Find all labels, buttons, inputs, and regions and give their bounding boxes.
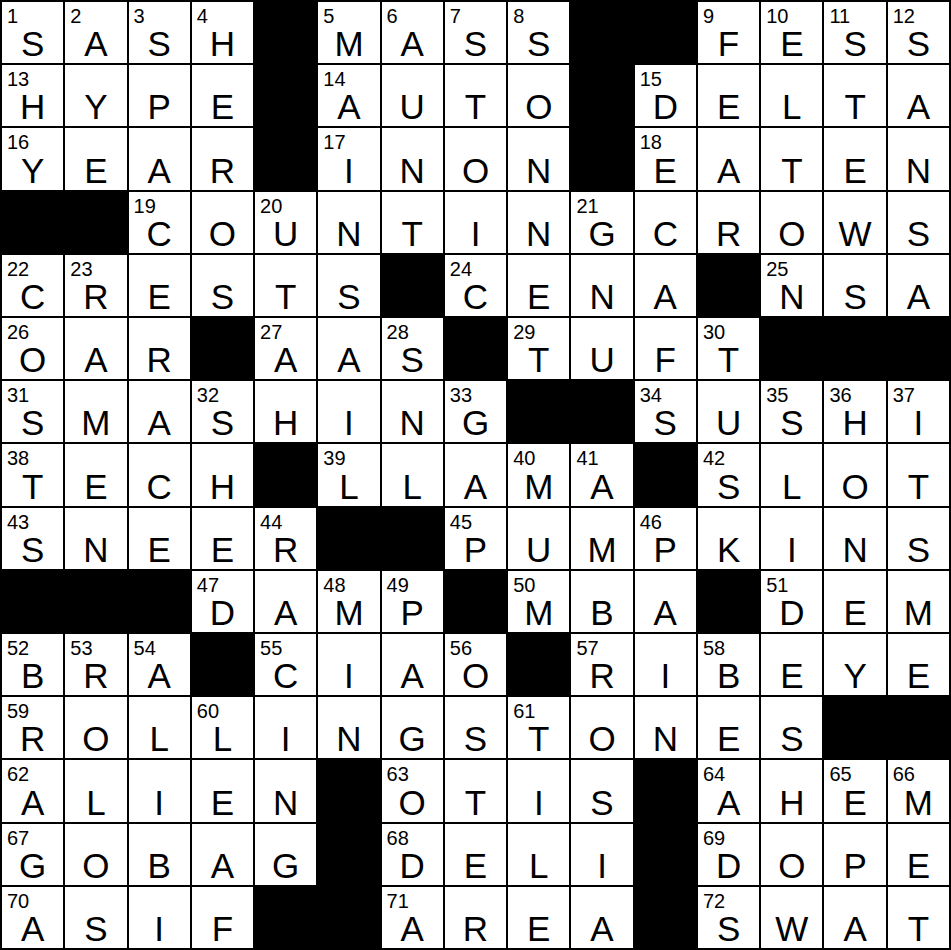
clue-number: 23 [70,259,92,279]
grid-cell-r13c13[interactable]: H [761,760,822,821]
cell-letter: H [192,469,253,504]
grid-cell-r1c13[interactable]: 10E [761,2,822,63]
grid-cell-r4c8[interactable]: I [445,192,506,253]
grid-cell-r6c11[interactable]: F [635,318,696,379]
grid-cell-r14c8[interactable]: E [445,824,506,885]
cell-letter: S [761,721,822,756]
grid-cell-r9c11[interactable]: 46P [635,508,696,569]
block-cell-r6c14 [824,318,885,379]
grid-cell-r3c14[interactable]: E [824,128,885,189]
grid-cell-r10c4[interactable]: 47D [192,571,253,632]
block-cell-r13c11 [635,760,696,821]
block-cell-r10c12 [698,571,759,632]
grid-cell-r13c3[interactable]: I [129,760,190,821]
grid-cell-r15c12[interactable]: 72S [698,887,759,948]
grid-cell-r2c11[interactable]: 15D [635,65,696,126]
grid-cell-r13c9[interactable]: I [508,760,569,821]
grid-cell-r2c7[interactable]: U [382,65,443,126]
grid-cell-r3c9[interactable]: N [508,128,569,189]
cell-letter: E [698,721,759,756]
grid-cell-r3c12[interactable]: A [698,128,759,189]
grid-cell-r4c10[interactable]: 21G [571,192,632,253]
block-cell-r15c5 [255,887,316,948]
cell-letter: T [255,279,316,314]
grid-cell-r5c4[interactable]: S [192,255,253,316]
grid-cell-r5c11[interactable]: A [635,255,696,316]
grid-cell-r7c12[interactable]: U [698,381,759,442]
grid-cell-r3c2[interactable]: E [65,128,126,189]
grid-cell-r4c3[interactable]: 19C [129,192,190,253]
cell-letter: H [192,26,253,61]
grid-cell-r10c5[interactable]: A [255,571,316,632]
grid-cell-r4c11[interactable]: C [635,192,696,253]
grid-cell-r12c6[interactable]: N [318,697,379,758]
grid-cell-r5c3[interactable]: E [129,255,190,316]
cell-letter: R [2,721,63,756]
cell-letter: E [65,153,126,188]
grid-cell-r14c12[interactable]: 69D [698,824,759,885]
cell-letter: L [761,469,822,504]
cell-letter: A [129,658,190,693]
grid-cell-r4c7[interactable]: T [382,192,443,253]
clue-number: 11 [829,6,850,26]
block-cell-r3c10 [571,128,632,189]
grid-cell-r4c4[interactable]: O [192,192,253,253]
cell-letter: E [192,785,253,820]
grid-cell-r14c3[interactable]: B [129,824,190,885]
grid-cell-r5c9[interactable]: E [508,255,569,316]
grid-cell-r15c10[interactable]: A [571,887,632,948]
cell-letter: L [129,721,190,756]
grid-cell-r9c1[interactable]: 43S [2,508,63,569]
grid-cell-r7c13[interactable]: 35S [761,381,822,442]
clue-number: 69 [703,828,725,848]
grid-cell-r9c12[interactable]: K [698,508,759,569]
block-cell-r10c1 [2,571,63,632]
grid-cell-r13c4[interactable]: E [192,760,253,821]
grid-cell-r11c1[interactable]: 52B [2,634,63,695]
grid-cell-r12c7[interactable]: G [382,697,443,758]
cell-letter: E [129,532,190,567]
grid-cell-r10c10[interactable]: B [571,571,632,632]
grid-cell-r2c9[interactable]: O [508,65,569,126]
grid-cell-r10c14[interactable]: E [824,571,885,632]
grid-cell-r4c14[interactable]: W [824,192,885,253]
block-cell-r15c6 [318,887,379,948]
clue-number: 6 [387,6,398,26]
cell-letter: S [2,532,63,567]
clue-number: 8 [513,6,524,26]
grid-cell-r13c14[interactable]: 65E [824,760,885,821]
grid-cell-r5c13[interactable]: 25N [761,255,822,316]
clue-number: 50 [513,575,535,595]
grid-cell-r1c1[interactable]: 1S [2,2,63,63]
grid-cell-r12c12[interactable]: E [698,697,759,758]
grid-cell-r6c7[interactable]: 28S [382,318,443,379]
grid-cell-r9c2[interactable]: N [65,508,126,569]
grid-cell-r13c5[interactable]: N [255,760,316,821]
grid-cell-r15c8[interactable]: R [445,887,506,948]
grid-cell-r11c7[interactable]: A [382,634,443,695]
cell-letter: I [129,785,190,820]
grid-cell-r1c12[interactable]: 9F [698,2,759,63]
grid-cell-r1c15[interactable]: 12S [888,2,949,63]
block-cell-r10c3 [129,571,190,632]
grid-cell-r9c15[interactable]: S [888,508,949,569]
grid-cell-r7c4[interactable]: 32S [192,381,253,442]
grid-cell-r15c1[interactable]: 70A [2,887,63,948]
grid-cell-r5c1[interactable]: 22C [2,255,63,316]
grid-cell-r9c14[interactable]: N [824,508,885,569]
grid-cell-r15c7[interactable]: 71A [382,887,443,948]
cell-letter: T [824,89,885,124]
grid-cell-r13c8[interactable]: T [445,760,506,821]
grid-cell-r7c15[interactable]: 37I [888,381,949,442]
clue-number: 63 [387,764,409,784]
grid-cell-r10c15[interactable]: M [888,571,949,632]
block-cell-r6c15 [888,318,949,379]
clue-number: 5 [323,6,334,26]
grid-cell-r12c8[interactable]: S [445,697,506,758]
grid-cell-r9c3[interactable]: E [129,508,190,569]
grid-cell-r2c13[interactable]: L [761,65,822,126]
grid-cell-r3c8[interactable]: O [445,128,506,189]
grid-cell-r5c5[interactable]: T [255,255,316,316]
grid-cell-r7c2[interactable]: M [65,381,126,442]
grid-cell-r1c3[interactable]: 3S [129,2,190,63]
clue-number: 4 [197,6,208,26]
cell-letter: S [2,26,63,61]
cell-letter: F [192,911,253,946]
grid-cell-r8c12[interactable]: 42S [698,444,759,505]
grid-cell-r3c1[interactable]: 16Y [2,128,63,189]
grid-cell-r1c14[interactable]: 11S [824,2,885,63]
grid-cell-r6c12[interactable]: 30T [698,318,759,379]
grid-cell-r7c3[interactable]: A [129,381,190,442]
grid-cell-r6c5[interactable]: 27A [255,318,316,379]
cell-letter: W [824,216,885,251]
cell-letter: M [888,595,949,630]
block-cell-r12c14 [824,697,885,758]
grid-cell-r3c13[interactable]: T [761,128,822,189]
grid-cell-r11c15[interactable]: E [888,634,949,695]
grid-cell-r3c11[interactable]: 18E [635,128,696,189]
grid-cell-r10c6[interactable]: 48M [318,571,379,632]
grid-cell-r5c2[interactable]: 23R [65,255,126,316]
grid-cell-r14c14[interactable]: P [824,824,885,885]
cell-letter: O [65,848,126,883]
cell-letter: A [2,785,63,820]
cell-letter: C [2,279,63,314]
grid-cell-r1c4[interactable]: 4H [192,2,253,63]
grid-cell-r8c1[interactable]: 38T [2,444,63,505]
grid-cell-r14c7[interactable]: 68D [382,824,443,885]
cell-letter: O [824,469,885,504]
cell-letter: R [571,658,632,693]
grid-cell-r4c13[interactable]: O [761,192,822,253]
cell-letter: T [761,153,822,188]
grid-cell-r9c10[interactable]: M [571,508,632,569]
grid-cell-r11c8[interactable]: 56O [445,634,506,695]
grid-cell-r7c11[interactable]: 34S [635,381,696,442]
grid-cell-r5c14[interactable]: S [824,255,885,316]
grid-cell-r3c3[interactable]: A [129,128,190,189]
grid-cell-r7c8[interactable]: 33G [445,381,506,442]
clue-number: 36 [829,385,851,405]
clue-number: 62 [7,764,29,784]
grid-cell-r14c2[interactable]: O [65,824,126,885]
grid-cell-r9c5[interactable]: 44R [255,508,316,569]
block-cell-r2c10 [571,65,632,126]
grid-cell-r8c6[interactable]: 39L [318,444,379,505]
grid-cell-r12c10[interactable]: O [571,697,632,758]
clue-number: 15 [640,69,662,89]
grid-cell-r13c12[interactable]: 64A [698,760,759,821]
clue-number: 41 [576,448,598,468]
grid-cell-r1c6[interactable]: 5M [318,2,379,63]
grid-cell-r7c14[interactable]: 36H [824,381,885,442]
clue-number: 9 [703,6,714,26]
grid-cell-r12c4[interactable]: 60L [192,697,253,758]
grid-cell-r6c1[interactable]: 26O [2,318,63,379]
grid-cell-r12c13[interactable]: S [761,697,822,758]
cell-letter: A [698,785,759,820]
grid-cell-r4c12[interactable]: R [698,192,759,253]
grid-cell-r8c13[interactable]: L [761,444,822,505]
cell-letter: N [824,532,885,567]
clue-number: 56 [450,638,472,658]
grid-cell-r14c9[interactable]: L [508,824,569,885]
grid-cell-r8c3[interactable]: C [129,444,190,505]
grid-cell-r7c5[interactable]: H [255,381,316,442]
grid-cell-r1c8[interactable]: 7S [445,2,506,63]
grid-cell-r3c6[interactable]: 17I [318,128,379,189]
grid-cell-r13c1[interactable]: 62A [2,760,63,821]
cell-letter: I [255,721,316,756]
grid-cell-r11c14[interactable]: Y [824,634,885,695]
cell-letter: B [129,848,190,883]
cell-letter: B [571,595,632,630]
grid-cell-r5c10[interactable]: N [571,255,632,316]
grid-cell-r6c2[interactable]: A [65,318,126,379]
grid-cell-r5c15[interactable]: A [888,255,949,316]
grid-cell-r2c1[interactable]: 13H [2,65,63,126]
grid-cell-r2c15[interactable]: A [888,65,949,126]
grid-cell-r8c10[interactable]: 41A [571,444,632,505]
grid-cell-r13c10[interactable]: S [571,760,632,821]
grid-cell-r8c14[interactable]: O [824,444,885,505]
grid-cell-r11c2[interactable]: 53R [65,634,126,695]
cell-letter: T [508,721,569,756]
clue-number: 25 [766,259,788,279]
block-cell-r12c15 [888,697,949,758]
clue-number: 21 [576,196,598,216]
grid-cell-r8c7[interactable]: L [382,444,443,505]
grid-cell-r1c7[interactable]: 6A [382,2,443,63]
grid-cell-r12c5[interactable]: I [255,697,316,758]
grid-cell-r3c4[interactable]: R [192,128,253,189]
cell-letter: A [824,911,885,946]
cell-letter: Y [2,153,63,188]
grid-cell-r11c3[interactable]: 54A [129,634,190,695]
cell-letter: S [192,405,253,440]
cell-letter: H [761,785,822,820]
cell-letter: A [129,153,190,188]
grid-cell-r15c15[interactable]: T [888,887,949,948]
clue-number: 46 [640,512,662,532]
grid-cell-r11c6[interactable]: I [318,634,379,695]
grid-cell-r10c7[interactable]: 49P [382,571,443,632]
grid-cell-r2c8[interactable]: T [445,65,506,126]
grid-cell-r12c1[interactable]: 59R [2,697,63,758]
cell-letter: T [888,911,949,946]
clue-number: 18 [640,132,662,152]
grid-cell-r8c8[interactable]: A [445,444,506,505]
grid-cell-r4c5[interactable]: 20U [255,192,316,253]
cell-letter: L [382,469,443,504]
grid-cell-r9c4[interactable]: E [192,508,253,569]
cell-letter: L [65,785,126,820]
clue-number: 47 [197,575,219,595]
grid-cell-r12c3[interactable]: L [129,697,190,758]
grid-cell-r1c9[interactable]: 8S [508,2,569,63]
grid-cell-r3c15[interactable]: N [888,128,949,189]
cell-letter: N [571,279,632,314]
grid-cell-r11c10[interactable]: 57R [571,634,632,695]
grid-cell-r5c6[interactable]: S [318,255,379,316]
cell-letter: S [318,279,379,314]
grid-cell-r12c11[interactable]: N [635,697,696,758]
grid-cell-r7c7[interactable]: N [382,381,443,442]
grid-cell-r9c8[interactable]: 45P [445,508,506,569]
grid-cell-r15c4[interactable]: F [192,887,253,948]
grid-cell-r2c14[interactable]: T [824,65,885,126]
grid-cell-r14c1[interactable]: 67G [2,824,63,885]
grid-cell-r15c3[interactable]: I [129,887,190,948]
cell-letter: A [382,658,443,693]
cell-letter: T [698,342,759,377]
grid-cell-r12c9[interactable]: 61T [508,697,569,758]
grid-cell-r14c13[interactable]: O [761,824,822,885]
grid-cell-r14c15[interactable]: E [888,824,949,885]
cell-letter: E [192,89,253,124]
grid-cell-r6c10[interactable]: U [571,318,632,379]
grid-cell-r1c2[interactable]: 2A [65,2,126,63]
cell-letter: A [382,26,443,61]
grid-cell-r15c2[interactable]: S [65,887,126,948]
grid-cell-r4c6[interactable]: N [318,192,379,253]
grid-cell-r6c3[interactable]: R [129,318,190,379]
clue-number: 49 [387,575,409,595]
grid-cell-r14c10[interactable]: I [571,824,632,885]
cell-letter: A [888,89,949,124]
block-cell-r11c9 [508,634,569,695]
grid-cell-r3c7[interactable]: N [382,128,443,189]
clue-number: 55 [260,638,282,658]
grid-cell-r11c12[interactable]: 58B [698,634,759,695]
clue-number: 51 [766,575,788,595]
grid-cell-r10c9[interactable]: 50M [508,571,569,632]
cell-letter: N [635,721,696,756]
grid-cell-r2c6[interactable]: 14A [318,65,379,126]
grid-cell-r10c13[interactable]: 51D [761,571,822,632]
grid-cell-r13c7[interactable]: 63O [382,760,443,821]
cell-letter: E [824,595,885,630]
cell-letter: N [888,153,949,188]
grid-cell-r15c9[interactable]: E [508,887,569,948]
cell-letter: E [698,89,759,124]
grid-cell-r9c13[interactable]: I [761,508,822,569]
grid-cell-r13c15[interactable]: 66M [888,760,949,821]
grid-cell-r14c4[interactable]: A [192,824,253,885]
cell-letter: A [192,848,253,883]
grid-cell-r11c13[interactable]: E [761,634,822,695]
grid-cell-r2c2[interactable]: Y [65,65,126,126]
grid-cell-r11c11[interactable]: I [635,634,696,695]
grid-cell-r9c9[interactable]: U [508,508,569,569]
clue-number: 68 [387,828,409,848]
cell-letter: I [571,848,632,883]
grid-cell-r2c12[interactable]: E [698,65,759,126]
grid-cell-r14c5[interactable]: G [255,824,316,885]
cell-letter: E [65,469,126,504]
cell-letter: N [318,721,379,756]
clue-number: 38 [7,448,29,468]
grid-cell-r12c2[interactable]: O [65,697,126,758]
cell-letter: I [318,405,379,440]
grid-cell-r6c9[interactable]: 29T [508,318,569,379]
clue-number: 52 [7,638,29,658]
grid-cell-r8c15[interactable]: T [888,444,949,505]
block-cell-r6c8 [445,318,506,379]
cell-letter: N [508,153,569,188]
grid-cell-r7c6[interactable]: I [318,381,379,442]
clue-number: 45 [450,512,472,532]
grid-cell-r8c2[interactable]: E [65,444,126,505]
cell-letter: S [698,911,759,946]
grid-cell-r4c15[interactable]: S [888,192,949,253]
cell-letter: A [445,469,506,504]
grid-cell-r7c1[interactable]: 31S [2,381,63,442]
grid-cell-r11c5[interactable]: 55C [255,634,316,695]
grid-cell-r2c4[interactable]: E [192,65,253,126]
grid-cell-r8c4[interactable]: H [192,444,253,505]
block-cell-r9c6 [318,508,379,569]
grid-cell-r15c13[interactable]: W [761,887,822,948]
cell-letter: P [445,532,506,567]
cell-letter: S [824,26,885,61]
grid-cell-r13c2[interactable]: L [65,760,126,821]
grid-cell-r5c8[interactable]: 24C [445,255,506,316]
cell-letter: H [824,405,885,440]
cell-letter: S [65,911,126,946]
grid-cell-r4c9[interactable]: N [508,192,569,253]
cell-letter: M [888,785,949,820]
cell-letter: E [824,785,885,820]
grid-cell-r15c14[interactable]: A [824,887,885,948]
clue-number: 57 [576,638,598,658]
grid-cell-r6c6[interactable]: A [318,318,379,379]
cell-letter: M [65,405,126,440]
grid-cell-r2c3[interactable]: P [129,65,190,126]
cell-letter: U [698,405,759,440]
cell-letter: P [635,532,696,567]
cell-letter: U [508,532,569,567]
grid-cell-r8c9[interactable]: 40M [508,444,569,505]
grid-cell-r10c11[interactable]: A [635,571,696,632]
cell-letter: L [508,848,569,883]
clue-number: 40 [513,448,535,468]
